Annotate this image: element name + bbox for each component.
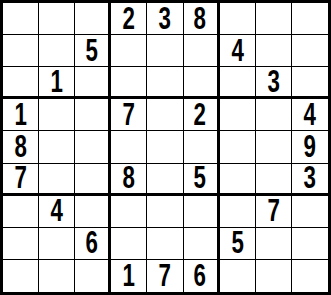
given-digit: 4: [231, 35, 243, 67]
given-digit: 1: [14, 99, 26, 131]
cell-r8c1[interactable]: [3, 228, 39, 260]
cell-r1c4: 2: [111, 3, 147, 35]
cell-r7c3[interactable]: [75, 196, 111, 228]
cell-r7c4[interactable]: [111, 196, 147, 228]
cell-r3c6[interactable]: [184, 67, 220, 99]
cell-r1c2[interactable]: [39, 3, 75, 35]
cell-r3c1[interactable]: [3, 67, 39, 99]
given-digit: 5: [86, 35, 98, 67]
given-digit: 5: [194, 164, 206, 195]
cell-r2c1[interactable]: [3, 35, 39, 67]
given-digit: 2: [123, 3, 135, 35]
cell-r6c8[interactable]: [256, 164, 292, 196]
cell-r3c7[interactable]: [220, 67, 256, 99]
cell-r7c8: 7: [256, 196, 292, 228]
cell-r4c3[interactable]: [75, 99, 111, 131]
cell-r7c2: 4: [39, 196, 75, 228]
given-digit: 1: [50, 67, 62, 98]
cell-r2c7: 4: [220, 35, 256, 67]
given-digit: 7: [123, 99, 135, 131]
given-digit: 4: [304, 99, 316, 131]
cell-r6c2[interactable]: [39, 164, 75, 196]
cell-r4c4: 7: [111, 99, 147, 131]
given-digit: 7: [14, 164, 26, 195]
cell-r9c8[interactable]: [256, 260, 292, 292]
sudoku-board: 238541317248978534765176: [0, 0, 331, 295]
cell-r1c5: 3: [147, 3, 183, 35]
cell-r6c7[interactable]: [220, 164, 256, 196]
cell-r5c9: 9: [292, 131, 328, 163]
cell-r3c3[interactable]: [75, 67, 111, 99]
given-digit: 9: [304, 131, 316, 163]
given-digit: 5: [231, 228, 243, 260]
cell-r7c6[interactable]: [184, 196, 220, 228]
cell-r1c8[interactable]: [256, 3, 292, 35]
cell-r4c7[interactable]: [220, 99, 256, 131]
cell-r6c6: 5: [184, 164, 220, 196]
cell-r2c8[interactable]: [256, 35, 292, 67]
given-digit: 8: [194, 3, 206, 35]
given-digit: 3: [304, 164, 316, 195]
cell-r5c3[interactable]: [75, 131, 111, 163]
cell-r7c9[interactable]: [292, 196, 328, 228]
given-digit: 8: [123, 164, 135, 195]
cell-r5c1: 8: [3, 131, 39, 163]
cell-r3c5[interactable]: [147, 67, 183, 99]
cell-r4c2[interactable]: [39, 99, 75, 131]
cell-r5c2[interactable]: [39, 131, 75, 163]
given-digit: 7: [159, 260, 171, 292]
cell-r1c9[interactable]: [292, 3, 328, 35]
cell-r8c2[interactable]: [39, 228, 75, 260]
cell-r4c5[interactable]: [147, 99, 183, 131]
cell-r7c1[interactable]: [3, 196, 39, 228]
cell-r7c7[interactable]: [220, 196, 256, 228]
given-digit: 6: [86, 228, 98, 260]
cell-r8c6[interactable]: [184, 228, 220, 260]
cell-r9c1[interactable]: [3, 260, 39, 292]
cell-r9c3[interactable]: [75, 260, 111, 292]
given-digit: 8: [14, 131, 26, 163]
given-digit: 1: [123, 260, 135, 292]
cell-r8c9[interactable]: [292, 228, 328, 260]
cell-r8c8[interactable]: [256, 228, 292, 260]
given-digit: 6: [194, 260, 206, 292]
cell-r8c7: 5: [220, 228, 256, 260]
cell-r5c8[interactable]: [256, 131, 292, 163]
given-digit: 2: [194, 99, 206, 131]
cell-r2c6[interactable]: [184, 35, 220, 67]
cell-r6c3[interactable]: [75, 164, 111, 196]
cell-r5c7[interactable]: [220, 131, 256, 163]
given-digit: 7: [267, 196, 279, 228]
cell-r2c5[interactable]: [147, 35, 183, 67]
given-digit: 3: [267, 67, 279, 98]
cell-r9c7[interactable]: [220, 260, 256, 292]
cell-r8c4[interactable]: [111, 228, 147, 260]
cell-r8c5[interactable]: [147, 228, 183, 260]
cell-r1c1[interactable]: [3, 3, 39, 35]
cell-r6c4: 8: [111, 164, 147, 196]
cell-r4c9: 4: [292, 99, 328, 131]
cell-r2c4[interactable]: [111, 35, 147, 67]
cell-r3c4[interactable]: [111, 67, 147, 99]
cell-r8c3: 6: [75, 228, 111, 260]
cell-r7c5[interactable]: [147, 196, 183, 228]
cell-r4c6: 2: [184, 99, 220, 131]
cell-r9c6: 6: [184, 260, 220, 292]
cell-r1c3[interactable]: [75, 3, 111, 35]
cell-r2c2[interactable]: [39, 35, 75, 67]
cell-r5c5[interactable]: [147, 131, 183, 163]
given-digit: 4: [50, 196, 62, 228]
cell-r9c2[interactable]: [39, 260, 75, 292]
cell-r2c3: 5: [75, 35, 111, 67]
cell-r5c4[interactable]: [111, 131, 147, 163]
cell-r5c6[interactable]: [184, 131, 220, 163]
cell-r9c9[interactable]: [292, 260, 328, 292]
cell-r4c8[interactable]: [256, 99, 292, 131]
cell-r4c1: 1: [3, 99, 39, 131]
cell-r6c9: 3: [292, 164, 328, 196]
cell-r3c9[interactable]: [292, 67, 328, 99]
cell-r6c1: 7: [3, 164, 39, 196]
cell-r1c7[interactable]: [220, 3, 256, 35]
cell-r9c4: 1: [111, 260, 147, 292]
cell-r1c6: 8: [184, 3, 220, 35]
given-digit: 3: [159, 3, 171, 35]
cell-r3c8: 3: [256, 67, 292, 99]
cell-r3c2: 1: [39, 67, 75, 99]
cell-r6c5[interactable]: [147, 164, 183, 196]
cell-r9c5: 7: [147, 260, 183, 292]
cell-r2c9[interactable]: [292, 35, 328, 67]
